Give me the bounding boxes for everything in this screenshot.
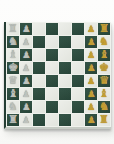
square-d3[interactable] xyxy=(33,75,45,87)
square-d7[interactable]: ♟ xyxy=(85,75,97,87)
white-pawn-piece: ♟ xyxy=(22,23,30,35)
square-b6[interactable] xyxy=(72,101,84,113)
black-knight-piece: ♞ xyxy=(99,36,109,48)
square-f5[interactable] xyxy=(59,49,71,61)
black-king-piece: ♚ xyxy=(99,62,109,74)
square-g5[interactable] xyxy=(59,36,71,48)
black-pawn-piece: ♟ xyxy=(87,49,95,61)
black-pawn-piece: ♟ xyxy=(87,114,95,126)
square-h6[interactable] xyxy=(72,23,84,35)
square-b5[interactable] xyxy=(59,101,71,113)
square-b2[interactable]: ♟ xyxy=(20,101,32,113)
black-rook-piece: ♜ xyxy=(99,23,109,35)
square-h8[interactable]: ♜ xyxy=(98,23,110,35)
white-bishop-piece: ♝ xyxy=(8,88,18,100)
square-a4[interactable] xyxy=(46,114,58,126)
square-c8[interactable]: ♝ xyxy=(98,88,110,100)
square-g1[interactable]: ♞ xyxy=(7,36,19,48)
square-e4[interactable] xyxy=(46,62,58,74)
square-f8[interactable]: ♝ xyxy=(98,49,110,61)
square-a3[interactable] xyxy=(33,114,45,126)
square-d2[interactable]: ♟ xyxy=(20,75,32,87)
square-h4[interactable] xyxy=(46,23,58,35)
white-pawn-piece: ♟ xyxy=(22,114,30,126)
square-g6[interactable] xyxy=(72,36,84,48)
square-g4[interactable] xyxy=(46,36,58,48)
square-e3[interactable] xyxy=(33,62,45,74)
white-knight-piece: ♞ xyxy=(8,101,18,113)
square-g7[interactable]: ♟ xyxy=(85,36,97,48)
square-d5[interactable] xyxy=(59,75,71,87)
square-f2[interactable]: ♟ xyxy=(20,49,32,61)
square-h3[interactable] xyxy=(33,23,45,35)
square-g8[interactable]: ♞ xyxy=(98,36,110,48)
square-c2[interactable]: ♟ xyxy=(20,88,32,100)
black-pawn-piece: ♟ xyxy=(87,88,95,100)
square-e1[interactable]: ♚ xyxy=(7,62,19,74)
square-a7[interactable]: ♟ xyxy=(85,114,97,126)
black-queen-piece: ♛ xyxy=(99,75,109,87)
square-e2[interactable]: ♟ xyxy=(20,62,32,74)
square-c7[interactable]: ♟ xyxy=(85,88,97,100)
black-rook-piece: ♜ xyxy=(99,114,109,126)
square-f1[interactable]: ♝ xyxy=(7,49,19,61)
white-pawn-piece: ♟ xyxy=(22,88,30,100)
square-c1[interactable]: ♝ xyxy=(7,88,19,100)
black-pawn-piece: ♟ xyxy=(87,101,95,113)
square-h2[interactable]: ♟ xyxy=(20,23,32,35)
black-pawn-piece: ♟ xyxy=(87,23,95,35)
white-pawn-piece: ♟ xyxy=(22,49,30,61)
black-pawn-piece: ♟ xyxy=(87,62,95,74)
square-c5[interactable] xyxy=(59,88,71,100)
black-knight-piece: ♞ xyxy=(99,101,109,113)
square-a5[interactable] xyxy=(59,114,71,126)
square-b1[interactable]: ♞ xyxy=(7,101,19,113)
square-f6[interactable] xyxy=(72,49,84,61)
square-c4[interactable] xyxy=(46,88,58,100)
white-queen-piece: ♛ xyxy=(8,75,18,87)
black-pawn-piece: ♟ xyxy=(87,75,95,87)
black-bishop-piece: ♝ xyxy=(99,49,109,61)
black-pawn-piece: ♟ xyxy=(87,36,95,48)
square-a2[interactable]: ♟ xyxy=(20,114,32,126)
square-e6[interactable] xyxy=(72,62,84,74)
white-knight-piece: ♞ xyxy=(8,36,18,48)
square-e7[interactable]: ♟ xyxy=(85,62,97,74)
square-d6[interactable] xyxy=(72,75,84,87)
square-d8[interactable]: ♛ xyxy=(98,75,110,87)
white-rook-piece: ♜ xyxy=(8,23,18,35)
square-a6[interactable] xyxy=(72,114,84,126)
square-f3[interactable] xyxy=(33,49,45,61)
black-bishop-piece: ♝ xyxy=(99,88,109,100)
square-e5[interactable] xyxy=(59,62,71,74)
product-photo-background: ♜♟♟♜♞♟♟♞♝♟♟♝♚♟♟♚♛♟♟♛♝♟♟♝♞♟♟♞♜♟♟♜ xyxy=(0,0,114,144)
square-d4[interactable] xyxy=(46,75,58,87)
square-h7[interactable]: ♟ xyxy=(85,23,97,35)
square-b8[interactable]: ♞ xyxy=(98,101,110,113)
square-h5[interactable] xyxy=(59,23,71,35)
white-rook-piece: ♜ xyxy=(8,114,18,126)
square-c6[interactable] xyxy=(72,88,84,100)
white-pawn-piece: ♟ xyxy=(22,101,30,113)
square-f7[interactable]: ♟ xyxy=(85,49,97,61)
square-c3[interactable] xyxy=(33,88,45,100)
square-g3[interactable] xyxy=(33,36,45,48)
white-king-piece: ♚ xyxy=(8,62,18,74)
square-a8[interactable]: ♜ xyxy=(98,114,110,126)
square-a1[interactable]: ♜ xyxy=(7,114,19,126)
white-bishop-piece: ♝ xyxy=(8,49,18,61)
white-pawn-piece: ♟ xyxy=(22,62,30,74)
white-pawn-piece: ♟ xyxy=(22,75,30,87)
square-f4[interactable] xyxy=(46,49,58,61)
square-h1[interactable]: ♜ xyxy=(7,23,19,35)
square-g2[interactable]: ♟ xyxy=(20,36,32,48)
white-pawn-piece: ♟ xyxy=(22,36,30,48)
square-e8[interactable]: ♚ xyxy=(98,62,110,74)
square-b7[interactable]: ♟ xyxy=(85,101,97,113)
square-b4[interactable] xyxy=(46,101,58,113)
chessboard: ♜♟♟♜♞♟♟♞♝♟♟♝♚♟♟♚♛♟♟♛♝♟♟♝♞♟♟♞♜♟♟♜ xyxy=(4,22,111,129)
square-d1[interactable]: ♛ xyxy=(7,75,19,87)
square-b3[interactable] xyxy=(33,101,45,113)
